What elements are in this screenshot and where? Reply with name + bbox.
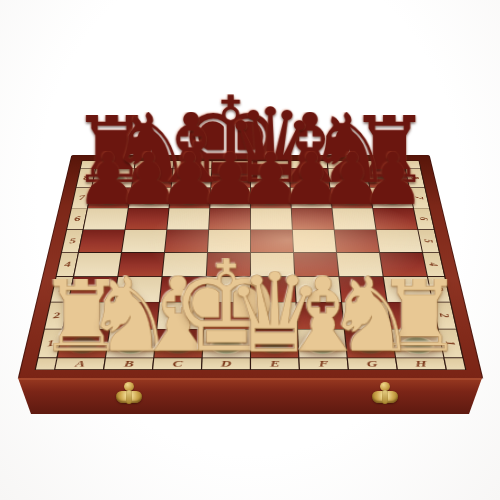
file-label-near-c: C — [153, 358, 201, 369]
square-d6[interactable] — [209, 208, 250, 229]
brass-clasp-left — [115, 387, 143, 407]
square-a5[interactable] — [79, 230, 124, 252]
square-c6[interactable] — [167, 208, 209, 229]
square-e6[interactable] — [251, 208, 292, 229]
square-a6[interactable] — [84, 208, 128, 229]
coordinate-text: 5 — [69, 237, 76, 246]
coordinate-text: H — [414, 358, 427, 369]
square-e1[interactable]: ♛ — [251, 329, 298, 357]
clasp-pin — [126, 390, 132, 404]
square-g6[interactable] — [332, 208, 375, 229]
square-h6[interactable] — [373, 208, 417, 229]
chess-board: ABCDEFGH8♜♞♝♚♛♝♞♜87♟♟♟♟♟♟♟♟766554433221♜… — [18, 155, 484, 379]
piece-light-queen-e1[interactable]: ♛ — [225, 270, 324, 356]
file-label-near-d: D — [202, 358, 250, 369]
piece-dark-pawn-h7[interactable]: ♟ — [361, 151, 425, 207]
clasp-pin — [382, 390, 388, 404]
board-corner — [445, 358, 465, 369]
square-b6[interactable] — [126, 208, 169, 229]
rank-label-right-5: 5 — [418, 230, 439, 252]
square-h7[interactable]: ♟ — [370, 188, 413, 208]
rank-label-right-6: 6 — [414, 208, 434, 229]
board-corner — [36, 358, 56, 369]
brass-clasp-right — [371, 387, 399, 407]
square-f6[interactable] — [292, 208, 334, 229]
file-label-near-b: B — [104, 358, 153, 369]
rank-label-left-5: 5 — [62, 230, 83, 252]
square-h5[interactable] — [377, 230, 422, 252]
file-label-near-f: F — [299, 358, 347, 369]
file-label-near-h: H — [396, 358, 446, 369]
coordinate-text: A — [74, 358, 86, 369]
square-g1[interactable]: ♞ — [345, 329, 395, 357]
square-b5[interactable] — [122, 230, 166, 252]
coordinate-text: 5 — [420, 239, 437, 242]
coordinate-text: D — [221, 358, 232, 369]
file-label-near-a: A — [55, 358, 105, 369]
coordinate-text: B — [123, 358, 134, 369]
coordinate-text: G — [366, 358, 378, 369]
file-label-near-g: G — [348, 358, 397, 369]
coordinate-text: F — [318, 358, 329, 369]
coordinate-text: 6 — [416, 217, 432, 220]
coordinate-text: 6 — [74, 215, 81, 223]
piece-light-knight-g1[interactable]: ♞ — [325, 276, 418, 357]
file-label-near-e: E — [251, 358, 299, 369]
board-grid: ABCDEFGH8♜♞♝♚♛♝♞♜87♟♟♟♟♟♟♟♟766554433221♜… — [36, 161, 465, 369]
square-g5[interactable] — [335, 230, 379, 252]
box-front-panel — [18, 378, 482, 414]
coordinate-text: E — [270, 358, 280, 369]
chess-set-product-photo: ABCDEFGH8♜♞♝♚♛♝♞♜87♟♟♟♟♟♟♟♟766554433221♜… — [0, 0, 500, 500]
coordinate-text: C — [172, 358, 183, 369]
scene: ABCDEFGH8♜♞♝♚♛♝♞♜87♟♟♟♟♟♟♟♟766554433221♜… — [0, 0, 500, 500]
